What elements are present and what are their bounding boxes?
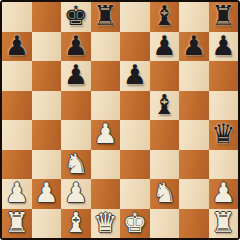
piece-black-bishop-f5[interactable]: ♝: [152, 91, 176, 118]
chess-board: ♚♜♝♜♟♟♟♟♟♟♟♝♟♛♞♟♟♟♞♟♜♝♛♚♜: [2, 2, 238, 238]
square-h5[interactable]: [209, 91, 239, 121]
square-e7[interactable]: [120, 32, 150, 62]
piece-black-pawn-h7[interactable]: ♟: [211, 32, 235, 59]
piece-white-queen-d1[interactable]: ♛: [93, 209, 117, 236]
square-h2[interactable]: ♟: [209, 179, 239, 209]
square-g8[interactable]: [179, 2, 209, 32]
square-f3[interactable]: [150, 150, 180, 180]
square-d1[interactable]: ♛: [91, 209, 121, 239]
square-g7[interactable]: ♟: [179, 32, 209, 62]
square-h8[interactable]: ♜: [209, 2, 239, 32]
piece-white-pawn-b2[interactable]: ♟: [34, 179, 58, 206]
piece-white-king-e1[interactable]: ♚: [123, 209, 147, 236]
square-b6[interactable]: [32, 61, 62, 91]
square-a5[interactable]: [2, 91, 32, 121]
square-d6[interactable]: [91, 61, 121, 91]
chess-board-frame: ♚♜♝♜♟♟♟♟♟♟♟♝♟♛♞♟♟♟♞♟♜♝♛♚♜: [0, 0, 240, 240]
square-b2[interactable]: ♟: [32, 179, 62, 209]
square-b3[interactable]: [32, 150, 62, 180]
square-c1[interactable]: ♝: [61, 209, 91, 239]
square-a7[interactable]: ♟: [2, 32, 32, 62]
square-f6[interactable]: [150, 61, 180, 91]
piece-white-knight-f2[interactable]: ♞: [152, 179, 176, 206]
square-d7[interactable]: [91, 32, 121, 62]
square-a3[interactable]: [2, 150, 32, 180]
piece-black-pawn-c6[interactable]: ♟: [64, 61, 88, 88]
square-e2[interactable]: [120, 179, 150, 209]
square-e1[interactable]: ♚: [120, 209, 150, 239]
square-c7[interactable]: ♟: [61, 32, 91, 62]
square-b8[interactable]: [32, 2, 62, 32]
square-e5[interactable]: [120, 91, 150, 121]
piece-white-pawn-d4[interactable]: ♟: [93, 120, 117, 147]
piece-white-rook-h1[interactable]: ♜: [211, 209, 235, 236]
piece-white-bishop-c1[interactable]: ♝: [64, 209, 88, 236]
square-g2[interactable]: [179, 179, 209, 209]
square-b4[interactable]: [32, 120, 62, 150]
piece-white-rook-a1[interactable]: ♜: [5, 209, 29, 236]
piece-black-rook-d8[interactable]: ♜: [93, 2, 117, 29]
square-g4[interactable]: [179, 120, 209, 150]
piece-white-pawn-c2[interactable]: ♟: [64, 179, 88, 206]
square-d5[interactable]: [91, 91, 121, 121]
piece-black-king-c8[interactable]: ♚: [64, 2, 88, 29]
square-b5[interactable]: [32, 91, 62, 121]
piece-black-rook-h8[interactable]: ♜: [211, 2, 235, 29]
square-c3[interactable]: ♞: [61, 150, 91, 180]
square-g3[interactable]: [179, 150, 209, 180]
piece-white-pawn-a2[interactable]: ♟: [5, 179, 29, 206]
piece-black-pawn-f7[interactable]: ♟: [152, 32, 176, 59]
square-a6[interactable]: [2, 61, 32, 91]
square-e8[interactable]: [120, 2, 150, 32]
piece-black-pawn-a7[interactable]: ♟: [5, 32, 29, 59]
square-e6[interactable]: ♟: [120, 61, 150, 91]
square-a8[interactable]: [2, 2, 32, 32]
piece-black-pawn-e6[interactable]: ♟: [123, 61, 147, 88]
square-a1[interactable]: ♜: [2, 209, 32, 239]
square-d8[interactable]: ♜: [91, 2, 121, 32]
square-c4[interactable]: [61, 120, 91, 150]
square-f5[interactable]: ♝: [150, 91, 180, 121]
piece-black-queen-h4[interactable]: ♛: [211, 120, 235, 147]
square-g5[interactable]: [179, 91, 209, 121]
square-d3[interactable]: [91, 150, 121, 180]
piece-black-bishop-f8[interactable]: ♝: [152, 2, 176, 29]
piece-white-knight-c3[interactable]: ♞: [64, 150, 88, 177]
square-b7[interactable]: [32, 32, 62, 62]
square-f7[interactable]: ♟: [150, 32, 180, 62]
square-c8[interactable]: ♚: [61, 2, 91, 32]
square-h6[interactable]: [209, 61, 239, 91]
square-c5[interactable]: [61, 91, 91, 121]
square-d4[interactable]: ♟: [91, 120, 121, 150]
square-h3[interactable]: [209, 150, 239, 180]
square-h4[interactable]: ♛: [209, 120, 239, 150]
square-e3[interactable]: [120, 150, 150, 180]
square-h1[interactable]: ♜: [209, 209, 239, 239]
square-g1[interactable]: [179, 209, 209, 239]
square-f2[interactable]: ♞: [150, 179, 180, 209]
square-h7[interactable]: ♟: [209, 32, 239, 62]
square-f8[interactable]: ♝: [150, 2, 180, 32]
square-e4[interactable]: [120, 120, 150, 150]
square-g6[interactable]: [179, 61, 209, 91]
square-b1[interactable]: [32, 209, 62, 239]
square-d2[interactable]: [91, 179, 121, 209]
piece-black-pawn-c7[interactable]: ♟: [64, 32, 88, 59]
square-a2[interactable]: ♟: [2, 179, 32, 209]
piece-white-pawn-h2[interactable]: ♟: [211, 179, 235, 206]
square-a4[interactable]: [2, 120, 32, 150]
square-f1[interactable]: [150, 209, 180, 239]
square-f4[interactable]: [150, 120, 180, 150]
square-c2[interactable]: ♟: [61, 179, 91, 209]
piece-black-pawn-g7[interactable]: ♟: [182, 32, 206, 59]
square-c6[interactable]: ♟: [61, 61, 91, 91]
